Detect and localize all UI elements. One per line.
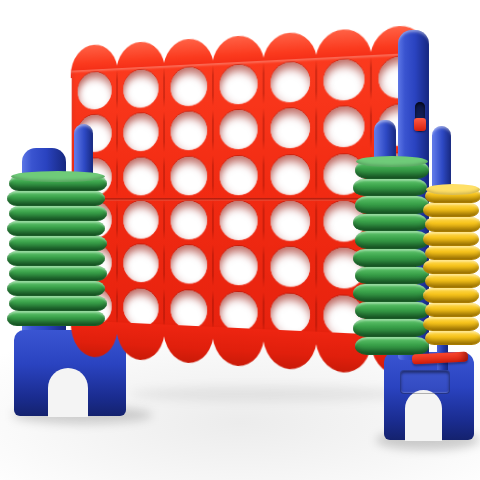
hole-r4-c3 [170,201,207,240]
cell-r4-c4[interactable] [213,198,264,244]
release-slider-top[interactable] [414,118,426,131]
hole-r2-c3 [170,112,207,151]
cell-r1-c1[interactable] [72,68,117,113]
hole-r3-c2 [123,157,158,195]
hole-r2-c2 [123,113,158,152]
right-leg-arch [405,390,443,441]
yellow-disc[interactable] [423,203,479,217]
cell-r3-c4[interactable] [213,152,264,198]
hole-r3-c5 [270,155,309,195]
cell-r5-c2[interactable] [117,241,164,286]
hole-r6-c4 [219,291,257,332]
cell-r5-c3[interactable] [164,242,213,288]
cell-r5-c4[interactable] [213,243,264,290]
cell-r2-c2[interactable] [117,110,164,155]
hole-r2-c5 [270,108,309,149]
green-disc[interactable] [355,302,429,320]
cell-r1-c3[interactable] [164,63,213,110]
hole-r1-c2 [123,69,158,108]
hole-r6-c3 [170,290,207,330]
hole-r3-c3 [170,156,207,195]
green-disc[interactable] [355,231,429,249]
cell-r5-c5[interactable] [264,244,317,291]
yellow-disc[interactable] [423,260,479,274]
green-disc[interactable] [355,161,429,179]
cell-r4-c2[interactable] [117,198,164,242]
green-disc[interactable] [7,191,105,206]
green-disc[interactable] [9,236,107,251]
green-disc[interactable] [353,284,427,302]
hole-r5-c4 [219,246,257,286]
green-disc[interactable] [355,196,429,214]
hole-r4-c2 [123,201,158,239]
right-green-disc-stack[interactable] [354,161,428,355]
cell-r2-c4[interactable] [213,106,264,153]
cell-r4-c3[interactable] [164,198,213,243]
cell-r1-c6[interactable] [316,55,371,104]
disc-release-slot-top [415,102,425,132]
cell-r1-c2[interactable] [117,66,164,112]
yellow-disc[interactable] [423,232,479,246]
scallop-bump [212,327,265,368]
hole-r1-c3 [170,67,207,107]
cell-r3-c2[interactable] [117,154,164,198]
hole-r1-c5 [270,62,309,103]
hole-r1-c6 [323,59,364,101]
yellow-disc[interactable] [425,274,480,288]
yellow-disc[interactable] [425,217,480,231]
cell-r1-c4[interactable] [213,61,264,109]
embossed-logo-plate [400,370,450,394]
cell-r2-c6[interactable] [316,103,371,152]
hole-r5-c3 [170,245,207,284]
hole-r6-c5 [270,293,309,334]
hole-r2-c6 [323,106,364,148]
green-disc[interactable] [355,267,429,285]
green-disc[interactable] [9,206,107,221]
yellow-disc[interactable] [425,189,480,203]
left-leg-arch [48,368,88,417]
green-disc[interactable] [9,176,107,191]
hole-r1-c1 [77,72,111,110]
right-yellow-disc-stack[interactable] [424,189,480,345]
scallop-bump [116,322,165,361]
green-disc[interactable] [9,266,107,281]
yellow-disc[interactable] [425,246,480,260]
hole-r3-c4 [219,155,257,194]
cell-r3-c5[interactable] [264,151,317,198]
product-photo-scene [0,0,480,480]
hole-r1-c4 [219,64,257,105]
green-disc[interactable] [353,319,427,337]
green-disc[interactable] [353,249,427,267]
floor-shadow-center [130,386,410,402]
hole-r4-c4 [219,201,257,240]
cell-r1-c5[interactable] [264,58,317,106]
yellow-disc[interactable] [425,331,480,345]
green-disc[interactable] [7,281,105,296]
green-disc[interactable] [7,311,105,326]
green-disc[interactable] [355,337,429,355]
green-disc[interactable] [7,251,105,266]
cell-r2-c5[interactable] [264,105,317,153]
right-leg-base [384,352,474,440]
green-disc[interactable] [9,296,107,311]
green-disc[interactable] [7,221,105,236]
hole-r5-c5 [270,247,309,288]
green-disc[interactable] [353,179,427,197]
hole-r5-c2 [123,245,158,283]
scallop-bump [263,329,318,371]
cell-r2-c3[interactable] [164,108,213,154]
cell-r4-c5[interactable] [264,198,317,245]
cell-r3-c3[interactable] [164,153,213,198]
hole-r2-c4 [219,110,257,150]
yellow-disc[interactable] [425,303,480,317]
green-disc[interactable] [353,214,427,232]
yellow-disc[interactable] [423,317,479,331]
hole-r4-c5 [270,201,309,241]
left-green-disc-stack[interactable] [8,176,106,326]
yellow-disc[interactable] [423,288,479,302]
hole-r6-c2 [123,288,158,327]
scallop-bump [163,324,214,364]
